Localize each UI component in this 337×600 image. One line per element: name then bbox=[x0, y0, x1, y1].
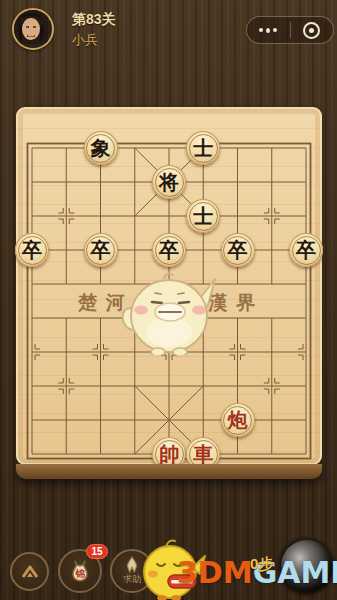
piece-black-象[interactable]: 象 bbox=[84, 131, 118, 165]
piece-black-将[interactable]: 将 bbox=[152, 165, 186, 199]
more-button[interactable] bbox=[247, 17, 290, 43]
piece-red-炮[interactable]: 炮 bbox=[221, 403, 255, 437]
xiangqi-board[interactable]: 楚河 漢界 象士将士卒卒卒卒卒炮帥車 bbox=[16, 107, 322, 465]
watermark-3dm: 3DM bbox=[177, 555, 253, 590]
avatar-portrait bbox=[14, 10, 48, 44]
piece-black-士[interactable]: 士 bbox=[186, 131, 220, 165]
miniprogram-capsule bbox=[246, 16, 334, 44]
avatar[interactable] bbox=[12, 8, 54, 50]
bag-char: 锦 bbox=[74, 568, 85, 579]
piece-black-卒[interactable]: 卒 bbox=[289, 233, 323, 267]
piece-black-卒[interactable]: 卒 bbox=[15, 233, 49, 267]
close-button[interactable] bbox=[291, 17, 334, 43]
chevron-up-icon bbox=[18, 560, 42, 584]
piece-black-卒[interactable]: 卒 bbox=[152, 233, 186, 267]
move-counter: 0步 bbox=[250, 555, 273, 574]
piece-black-士[interactable]: 士 bbox=[186, 199, 220, 233]
board-edge-bevel bbox=[16, 464, 322, 479]
money-bag-icon: 锦 bbox=[66, 557, 94, 585]
tips-count-badge: 15 bbox=[86, 544, 108, 559]
level-title: 第83关 bbox=[72, 11, 116, 29]
help-label: 求助 bbox=[123, 573, 141, 586]
piece-black-卒[interactable]: 卒 bbox=[84, 233, 118, 267]
rank-label: 小兵 bbox=[72, 31, 98, 49]
collapse-button[interactable] bbox=[10, 552, 49, 591]
board-mascot-chick bbox=[122, 269, 218, 355]
close-circle-icon bbox=[303, 22, 320, 39]
more-icon bbox=[259, 28, 277, 33]
piece-black-卒[interactable]: 卒 bbox=[221, 233, 255, 267]
